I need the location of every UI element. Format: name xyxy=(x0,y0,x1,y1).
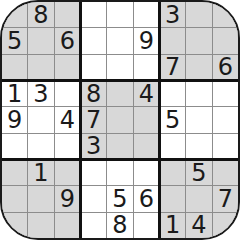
cell-r7c6[interactable] xyxy=(134,160,159,185)
cell-r7c2[interactable]: 1 xyxy=(28,160,53,185)
cell-r2c8[interactable] xyxy=(186,28,211,53)
cell-r9c1[interactable] xyxy=(2,213,27,238)
cell-r3c2[interactable] xyxy=(28,55,53,80)
cell-r5c1[interactable]: 9 xyxy=(2,107,27,132)
cell-r3c8[interactable] xyxy=(186,55,211,80)
cell-r8c2[interactable] xyxy=(28,186,53,211)
cell-r9c7[interactable]: 1 xyxy=(160,213,185,238)
cell-r8c4[interactable] xyxy=(81,186,106,211)
cell-r4c8[interactable] xyxy=(186,81,211,106)
cell-r6c3[interactable] xyxy=(55,134,80,159)
cell-r4c3[interactable] xyxy=(55,81,80,106)
cell-r1c8[interactable] xyxy=(186,2,211,27)
cell-r7c3[interactable] xyxy=(55,160,80,185)
cell-r1c9[interactable] xyxy=(213,2,238,27)
cell-r6c1[interactable] xyxy=(2,134,27,159)
cell-r1c7[interactable]: 3 xyxy=(160,2,185,27)
cell-r1c6[interactable] xyxy=(134,2,159,27)
cell-r9c5[interactable]: 8 xyxy=(107,213,132,238)
cell-r7c7[interactable] xyxy=(160,160,185,185)
cell-r5c4[interactable]: 7 xyxy=(81,107,106,132)
sudoku-grid: 8356976138494753159567814 xyxy=(2,2,238,238)
cell-r1c5[interactable] xyxy=(107,2,132,27)
cell-r8c6[interactable]: 6 xyxy=(134,186,159,211)
cell-r9c3[interactable] xyxy=(55,213,80,238)
cell-r6c6[interactable] xyxy=(134,134,159,159)
cell-r5c7[interactable]: 5 xyxy=(160,107,185,132)
cell-r3c5[interactable] xyxy=(107,55,132,80)
cell-r9c4[interactable] xyxy=(81,213,106,238)
cell-r2c9[interactable] xyxy=(213,28,238,53)
cell-r6c9[interactable] xyxy=(213,134,238,159)
cell-r2c5[interactable] xyxy=(107,28,132,53)
cell-r7c4[interactable] xyxy=(81,160,106,185)
cell-r3c9[interactable]: 6 xyxy=(213,55,238,80)
cell-r6c8[interactable] xyxy=(186,134,211,159)
cell-r2c4[interactable] xyxy=(81,28,106,53)
cell-r1c1[interactable] xyxy=(2,2,27,27)
cell-r8c8[interactable] xyxy=(186,186,211,211)
cell-r5c9[interactable] xyxy=(213,107,238,132)
cell-r6c4[interactable]: 3 xyxy=(81,134,106,159)
sudoku-board: 8356976138494753159567814 xyxy=(0,0,240,240)
cell-r9c2[interactable] xyxy=(28,213,53,238)
cell-r4c7[interactable] xyxy=(160,81,185,106)
cell-r8c7[interactable] xyxy=(160,186,185,211)
cell-r4c5[interactable] xyxy=(107,81,132,106)
cell-r2c6[interactable]: 9 xyxy=(134,28,159,53)
cell-r2c7[interactable] xyxy=(160,28,185,53)
cell-r2c1[interactable]: 5 xyxy=(2,28,27,53)
cell-r1c2[interactable]: 8 xyxy=(28,2,53,27)
cell-r8c9[interactable]: 7 xyxy=(213,186,238,211)
cell-r9c8[interactable]: 4 xyxy=(186,213,211,238)
cell-r8c1[interactable] xyxy=(2,186,27,211)
cell-r9c6[interactable] xyxy=(134,213,159,238)
cell-r5c3[interactable]: 4 xyxy=(55,107,80,132)
cell-r5c6[interactable] xyxy=(134,107,159,132)
cell-r5c5[interactable] xyxy=(107,107,132,132)
cell-r3c1[interactable] xyxy=(2,55,27,80)
cell-r4c1[interactable]: 1 xyxy=(2,81,27,106)
cell-r7c5[interactable] xyxy=(107,160,132,185)
cell-r7c9[interactable] xyxy=(213,160,238,185)
cell-r5c2[interactable] xyxy=(28,107,53,132)
cell-r4c9[interactable] xyxy=(213,81,238,106)
cell-r1c4[interactable] xyxy=(81,2,106,27)
cell-r6c2[interactable] xyxy=(28,134,53,159)
cell-r9c9[interactable] xyxy=(213,213,238,238)
cell-r3c7[interactable]: 7 xyxy=(160,55,185,80)
cell-r4c6[interactable]: 4 xyxy=(134,81,159,106)
cell-r4c4[interactable]: 8 xyxy=(81,81,106,106)
cell-r3c3[interactable] xyxy=(55,55,80,80)
cell-r6c5[interactable] xyxy=(107,134,132,159)
cell-r1c3[interactable] xyxy=(55,2,80,27)
cell-r7c1[interactable] xyxy=(2,160,27,185)
cell-r5c8[interactable] xyxy=(186,107,211,132)
cell-r2c2[interactable] xyxy=(28,28,53,53)
cell-r3c4[interactable] xyxy=(81,55,106,80)
cell-r7c8[interactable]: 5 xyxy=(186,160,211,185)
cell-r8c3[interactable]: 9 xyxy=(55,186,80,211)
cell-r2c3[interactable]: 6 xyxy=(55,28,80,53)
cell-r8c5[interactable]: 5 xyxy=(107,186,132,211)
cell-r6c7[interactable] xyxy=(160,134,185,159)
cell-r3c6[interactable] xyxy=(134,55,159,80)
cell-r4c2[interactable]: 3 xyxy=(28,81,53,106)
